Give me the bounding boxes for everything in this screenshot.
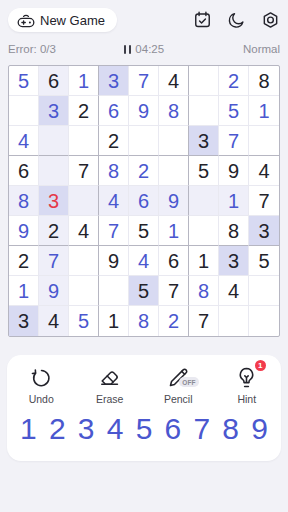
cell-r6c6[interactable]: 1 <box>159 216 189 246</box>
cell-r4c9[interactable]: 4 <box>249 156 279 186</box>
daily-challenge-calendar-icon[interactable] <box>193 10 212 30</box>
pencil-icon: OFF <box>165 364 191 390</box>
gamepad-icon <box>17 13 35 28</box>
eraser-icon <box>97 364 123 390</box>
cell-r8c3[interactable] <box>69 276 99 306</box>
numpad-9[interactable]: 9 <box>251 412 268 446</box>
cell-r5c1[interactable]: 8 <box>9 186 39 216</box>
cell-r1c9[interactable]: 8 <box>249 66 279 96</box>
cell-r1c5[interactable]: 7 <box>129 66 159 96</box>
cell-r8c1[interactable]: 1 <box>9 276 39 306</box>
cell-r1c4[interactable]: 3 <box>99 66 129 96</box>
cell-r9c2[interactable]: 4 <box>39 306 69 336</box>
cell-r8c4[interactable] <box>99 276 129 306</box>
cell-r2c5[interactable]: 9 <box>129 96 159 126</box>
cell-r2c9[interactable]: 1 <box>249 96 279 126</box>
difficulty-label: Normal <box>243 43 280 55</box>
cell-r3c8[interactable]: 7 <box>219 126 249 156</box>
cell-r6c4[interactable]: 7 <box>99 216 129 246</box>
cell-r1c2[interactable]: 6 <box>39 66 69 96</box>
erase-button[interactable]: Erase <box>76 364 145 405</box>
cell-r9c6[interactable]: 2 <box>159 306 189 336</box>
cell-r1c7[interactable] <box>189 66 219 96</box>
cell-r7c3[interactable] <box>69 246 99 276</box>
hint-bulb-icon: 1 <box>234 364 260 390</box>
undo-icon <box>28 364 54 390</box>
timer-group: 04:25 <box>8 43 280 55</box>
cell-r8c2[interactable]: 9 <box>39 276 69 306</box>
cell-r3c9[interactable] <box>249 126 279 156</box>
cell-r7c4[interactable]: 9 <box>99 246 129 276</box>
top-bar: New Game <box>8 8 280 32</box>
cell-r1c8[interactable]: 2 <box>219 66 249 96</box>
cell-r6c2[interactable]: 2 <box>39 216 69 246</box>
numpad-7[interactable]: 7 <box>193 412 210 446</box>
numpad-5[interactable]: 5 <box>136 412 153 446</box>
cell-r7c6[interactable]: 6 <box>159 246 189 276</box>
cell-r5c7[interactable] <box>189 186 219 216</box>
cell-r1c6[interactable]: 4 <box>159 66 189 96</box>
cell-r5c2[interactable]: 3 <box>39 186 69 216</box>
cell-r5c8[interactable]: 1 <box>219 186 249 216</box>
cell-r4c7[interactable]: 5 <box>189 156 219 186</box>
cell-r2c1[interactable] <box>9 96 39 126</box>
cell-r5c9[interactable]: 7 <box>249 186 279 216</box>
cell-r2c7[interactable] <box>189 96 219 126</box>
cell-r3c5[interactable] <box>129 126 159 156</box>
cell-r6c7[interactable] <box>189 216 219 246</box>
cell-r4c1[interactable]: 6 <box>9 156 39 186</box>
numpad-8[interactable]: 8 <box>222 412 239 446</box>
pause-icon[interactable] <box>124 45 132 54</box>
numpad-3[interactable]: 3 <box>78 412 95 446</box>
status-bar: Error: 0/3 04:25 Normal <box>8 43 280 58</box>
dark-mode-moon-icon[interactable] <box>227 10 246 30</box>
cell-r3c7[interactable]: 3 <box>189 126 219 156</box>
sudoku-app: New Game <box>0 0 288 512</box>
cell-r9c9[interactable] <box>249 306 279 336</box>
cell-r4c6[interactable] <box>159 156 189 186</box>
cell-r6c8[interactable]: 8 <box>219 216 249 246</box>
cell-r7c5[interactable]: 4 <box>129 246 159 276</box>
cell-r9c8[interactable] <box>219 306 249 336</box>
new-game-button[interactable]: New Game <box>8 8 117 32</box>
cell-r3c2[interactable] <box>39 126 69 156</box>
cell-r7c8[interactable]: 3 <box>219 246 249 276</box>
cell-r4c4[interactable]: 8 <box>99 156 129 186</box>
cell-r6c5[interactable]: 5 <box>129 216 159 246</box>
numpad-4[interactable]: 4 <box>107 412 124 446</box>
cell-r2c3[interactable]: 2 <box>69 96 99 126</box>
cell-r4c2[interactable] <box>39 156 69 186</box>
timer: 04:25 <box>135 43 164 55</box>
hint-count-badge: 1 <box>255 360 266 371</box>
cell-r2c2[interactable]: 3 <box>39 96 69 126</box>
sudoku-grid: 5613742832698514237678259483469179247518… <box>8 65 280 337</box>
cell-r4c3[interactable]: 7 <box>69 156 99 186</box>
pencil-off-badge: OFF <box>179 377 200 387</box>
cell-r8c6[interactable]: 7 <box>159 276 189 306</box>
number-pad: 123456789 <box>7 405 281 446</box>
cell-r8c5[interactable]: 5 <box>129 276 159 306</box>
cell-r2c8[interactable]: 5 <box>219 96 249 126</box>
cell-r3c6[interactable] <box>159 126 189 156</box>
cell-r5c3[interactable] <box>69 186 99 216</box>
control-panel: Undo Erase OFF <box>7 355 281 461</box>
cell-r8c8[interactable]: 4 <box>219 276 249 306</box>
cell-r9c3[interactable]: 5 <box>69 306 99 336</box>
cell-r2c4[interactable]: 6 <box>99 96 129 126</box>
undo-label: Undo <box>29 393 54 405</box>
numpad-6[interactable]: 6 <box>165 412 182 446</box>
cell-r6c9[interactable]: 3 <box>249 216 279 246</box>
cell-r3c3[interactable] <box>69 126 99 156</box>
cell-r4c8[interactable]: 9 <box>219 156 249 186</box>
numpad-2[interactable]: 2 <box>49 412 66 446</box>
cell-r7c9[interactable]: 5 <box>249 246 279 276</box>
cell-r9c4[interactable]: 1 <box>99 306 129 336</box>
cell-r7c7[interactable]: 1 <box>189 246 219 276</box>
cell-r8c7[interactable]: 8 <box>189 276 219 306</box>
pencil-button[interactable]: OFF Pencil <box>144 364 213 405</box>
cell-r7c1[interactable]: 2 <box>9 246 39 276</box>
cell-r5c6[interactable]: 9 <box>159 186 189 216</box>
cell-r2c6[interactable]: 8 <box>159 96 189 126</box>
pencil-label: Pencil <box>164 393 193 405</box>
cell-r1c1[interactable]: 5 <box>9 66 39 96</box>
cell-r7c2[interactable]: 7 <box>39 246 69 276</box>
cell-r8c9[interactable] <box>249 276 279 306</box>
tool-row: Undo Erase OFF <box>7 355 281 405</box>
settings-gear-icon[interactable] <box>261 10 280 30</box>
cell-r4c5[interactable]: 2 <box>129 156 159 186</box>
cell-r6c3[interactable]: 4 <box>69 216 99 246</box>
hint-button[interactable]: 1 Hint <box>213 364 282 405</box>
numpad-1[interactable]: 1 <box>20 412 37 446</box>
cell-r9c1[interactable]: 3 <box>9 306 39 336</box>
cell-r9c5[interactable]: 8 <box>129 306 159 336</box>
cell-r9c7[interactable]: 7 <box>189 306 219 336</box>
new-game-label: New Game <box>40 13 105 28</box>
cell-r3c1[interactable]: 4 <box>9 126 39 156</box>
top-icons <box>193 10 280 30</box>
cell-r5c4[interactable]: 4 <box>99 186 129 216</box>
cell-r1c3[interactable]: 1 <box>69 66 99 96</box>
erase-label: Erase <box>96 393 123 405</box>
cell-r5c5[interactable]: 6 <box>129 186 159 216</box>
hint-label: Hint <box>237 393 256 405</box>
cell-r3c4[interactable]: 2 <box>99 126 129 156</box>
cell-r6c1[interactable]: 9 <box>9 216 39 246</box>
undo-button[interactable]: Undo <box>7 364 76 405</box>
